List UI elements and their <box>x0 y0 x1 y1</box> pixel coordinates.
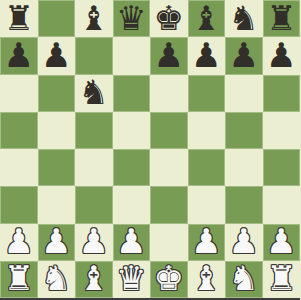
square-h6[interactable] <box>263 75 301 112</box>
square-d4[interactable] <box>113 149 151 186</box>
square-b5[interactable] <box>38 112 76 149</box>
square-h1[interactable]: ♜ <box>263 261 301 298</box>
square-b7[interactable]: ♟ <box>38 37 76 74</box>
square-c2[interactable]: ♟ <box>75 224 113 261</box>
square-e6[interactable] <box>150 75 188 112</box>
square-g7[interactable]: ♟ <box>225 37 263 74</box>
piece-black-knight[interactable]: ♞ <box>229 1 259 35</box>
piece-white-rook[interactable]: ♜ <box>4 261 34 295</box>
square-b8[interactable] <box>38 0 76 37</box>
square-b1[interactable]: ♞ <box>38 261 76 298</box>
square-c1[interactable]: ♝ <box>75 261 113 298</box>
square-a5[interactable] <box>0 112 38 149</box>
square-c8[interactable]: ♝ <box>75 0 113 37</box>
square-b2[interactable]: ♟ <box>38 224 76 261</box>
piece-black-pawn[interactable]: ♟ <box>191 38 221 72</box>
square-d7[interactable] <box>113 37 151 74</box>
square-f5[interactable] <box>188 112 226 149</box>
piece-black-rook[interactable]: ♜ <box>266 1 296 35</box>
piece-white-knight[interactable]: ♞ <box>41 261 71 295</box>
square-e2[interactable] <box>150 224 188 261</box>
square-c5[interactable] <box>75 112 113 149</box>
square-a4[interactable] <box>0 149 38 186</box>
square-f2[interactable]: ♟ <box>188 224 226 261</box>
piece-white-pawn[interactable]: ♟ <box>229 224 259 258</box>
square-g6[interactable] <box>225 75 263 112</box>
piece-black-pawn[interactable]: ♟ <box>154 38 184 72</box>
piece-white-knight[interactable]: ♞ <box>229 261 259 295</box>
piece-black-bishop[interactable]: ♝ <box>79 1 109 35</box>
square-g4[interactable] <box>225 149 263 186</box>
square-d1[interactable]: ♛ <box>113 261 151 298</box>
square-h4[interactable] <box>263 149 301 186</box>
square-g8[interactable]: ♞ <box>225 0 263 37</box>
piece-white-king[interactable]: ♚ <box>154 261 184 295</box>
square-a8[interactable]: ♜ <box>0 0 38 37</box>
piece-white-queen[interactable]: ♛ <box>116 261 146 295</box>
piece-black-knight[interactable]: ♞ <box>79 75 109 109</box>
piece-black-queen[interactable]: ♛ <box>116 1 146 35</box>
square-g1[interactable]: ♞ <box>225 261 263 298</box>
piece-black-king[interactable]: ♚ <box>154 1 184 35</box>
square-f8[interactable]: ♝ <box>188 0 226 37</box>
square-c6[interactable]: ♞ <box>75 75 113 112</box>
square-h3[interactable] <box>263 186 301 223</box>
square-f4[interactable] <box>188 149 226 186</box>
square-b6[interactable] <box>38 75 76 112</box>
square-b3[interactable] <box>38 186 76 223</box>
piece-white-pawn[interactable]: ♟ <box>4 224 34 258</box>
piece-black-pawn[interactable]: ♟ <box>41 38 71 72</box>
square-a6[interactable] <box>0 75 38 112</box>
square-d6[interactable] <box>113 75 151 112</box>
square-e3[interactable] <box>150 186 188 223</box>
square-e8[interactable]: ♚ <box>150 0 188 37</box>
piece-black-bishop[interactable]: ♝ <box>191 1 221 35</box>
square-b4[interactable] <box>38 149 76 186</box>
piece-white-pawn[interactable]: ♟ <box>116 224 146 258</box>
square-f3[interactable] <box>188 186 226 223</box>
square-d3[interactable] <box>113 186 151 223</box>
piece-black-rook[interactable]: ♜ <box>4 1 34 35</box>
square-d8[interactable]: ♛ <box>113 0 151 37</box>
square-g2[interactable]: ♟ <box>225 224 263 261</box>
square-d2[interactable]: ♟ <box>113 224 151 261</box>
piece-black-pawn[interactable]: ♟ <box>266 38 296 72</box>
square-e4[interactable] <box>150 149 188 186</box>
square-h7[interactable]: ♟ <box>263 37 301 74</box>
piece-white-pawn[interactable]: ♟ <box>266 224 296 258</box>
square-c7[interactable] <box>75 37 113 74</box>
square-e7[interactable]: ♟ <box>150 37 188 74</box>
square-a7[interactable]: ♟ <box>0 37 38 74</box>
square-h2[interactable]: ♟ <box>263 224 301 261</box>
piece-white-bishop[interactable]: ♝ <box>191 261 221 295</box>
square-h8[interactable]: ♜ <box>263 0 301 37</box>
square-f7[interactable]: ♟ <box>188 37 226 74</box>
square-g5[interactable] <box>225 112 263 149</box>
piece-black-pawn[interactable]: ♟ <box>229 38 259 72</box>
square-g3[interactable] <box>225 186 263 223</box>
square-f6[interactable] <box>188 75 226 112</box>
square-e1[interactable]: ♚ <box>150 261 188 298</box>
square-a1[interactable]: ♜ <box>0 261 38 298</box>
piece-white-bishop[interactable]: ♝ <box>79 261 109 295</box>
piece-black-pawn[interactable]: ♟ <box>4 38 34 72</box>
piece-white-pawn[interactable]: ♟ <box>41 224 71 258</box>
square-f1[interactable]: ♝ <box>188 261 226 298</box>
square-e5[interactable] <box>150 112 188 149</box>
chess-board: ♜♝♛♚♝♞♜♟♟♟♟♟♟♞♟♟♟♟♟♟♟♜♞♝♛♚♝♞♜ <box>0 0 300 300</box>
piece-white-pawn[interactable]: ♟ <box>191 224 221 258</box>
piece-white-rook[interactable]: ♜ <box>266 261 296 295</box>
square-d5[interactable] <box>113 112 151 149</box>
square-a3[interactable] <box>0 186 38 223</box>
square-c4[interactable] <box>75 149 113 186</box>
square-a2[interactable]: ♟ <box>0 224 38 261</box>
square-h5[interactable] <box>263 112 301 149</box>
piece-white-pawn[interactable]: ♟ <box>79 224 109 258</box>
square-c3[interactable] <box>75 186 113 223</box>
